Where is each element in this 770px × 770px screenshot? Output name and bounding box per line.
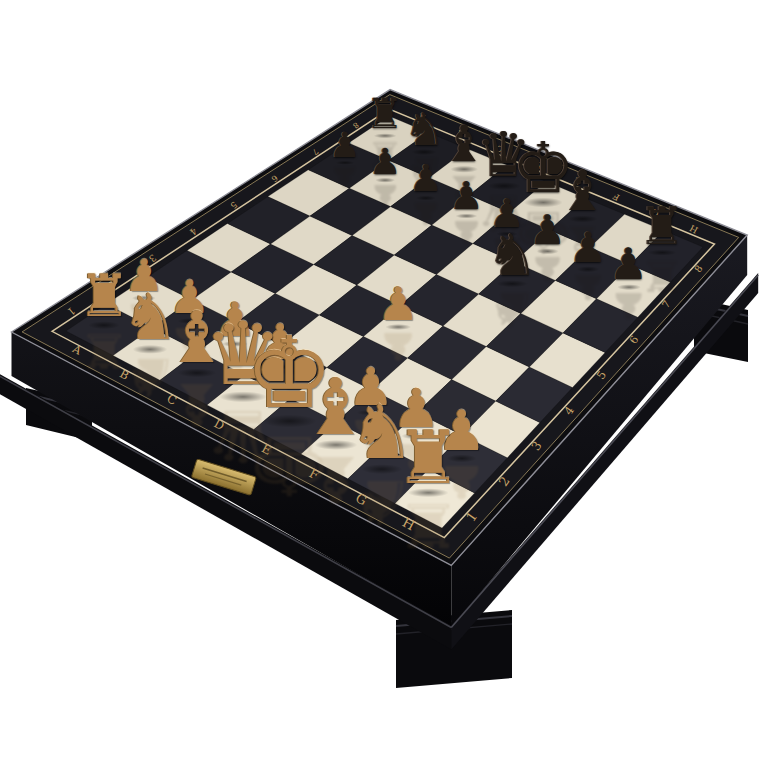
chess-set-product-photo: AABBCCDDEEFFGGHH1122334455667788 ♜♜♞♞♟♟♝…: [0, 0, 770, 770]
chess-board-case: AABBCCDDEEFFGGHH1122334455667788: [0, 0, 770, 770]
